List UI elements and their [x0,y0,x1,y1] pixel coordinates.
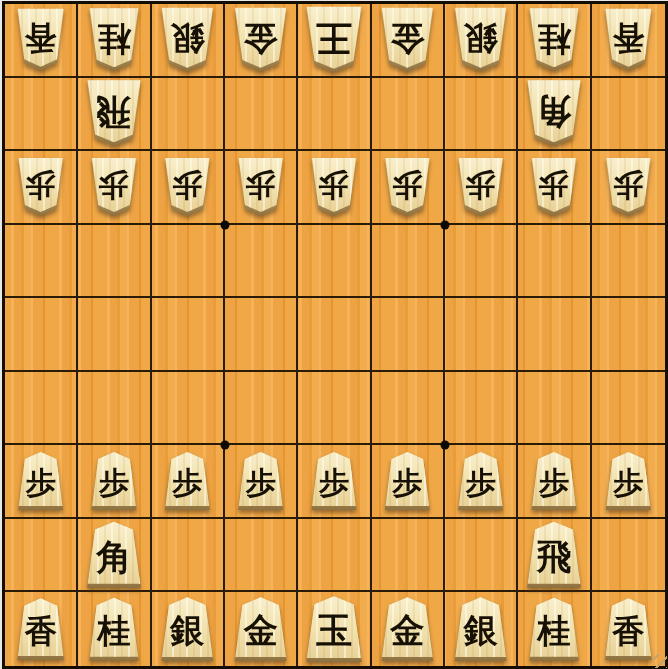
square-2b[interactable]: 角 [518,78,591,152]
kanji-pawn: 歩 [382,170,433,200]
koma-body: 香 [602,9,655,71]
kanji-rook: 飛 [83,94,144,129]
piece-gote-knight[interactable]: 桂 [86,8,142,71]
piece-sente-pawn[interactable]: 歩 [603,452,654,510]
square-5e[interactable] [298,298,371,372]
koma-body: 歩 [235,452,286,510]
square-6d[interactable] [225,225,298,299]
koma-body: 桂 [526,598,582,661]
piece-sente-king[interactable]: 玉 [302,596,365,662]
piece-gote-lance[interactable]: 香 [602,9,655,71]
square-1f[interactable] [592,372,665,446]
square-2g[interactable]: 歩 [518,445,591,519]
square-1d[interactable] [592,225,665,299]
kanji-lance: 香 [602,22,655,54]
koma-body: 銀 [451,597,510,661]
square-9d[interactable] [5,225,78,299]
koma-body: 金 [231,597,290,661]
kanji-pawn: 歩 [455,468,506,498]
piece-gote-pawn[interactable]: 歩 [382,158,433,216]
square-1a[interactable]: 香 [592,4,665,78]
square-7f[interactable] [152,372,225,446]
kanji-pawn: 歩 [15,468,66,498]
koma-body: 角 [523,80,584,146]
square-6i[interactable]: 金 [225,592,298,666]
kanji-bishop: 角 [83,539,144,574]
square-7d[interactable] [152,225,225,299]
square-4f[interactable] [372,372,445,446]
koma-body: 歩 [15,452,66,510]
kanji-bishop: 角 [523,94,584,129]
koma-body: 香 [602,598,655,660]
piece-sente-knight[interactable]: 桂 [86,598,142,661]
kanji-rook: 飛 [523,539,584,574]
piece-gote-pawn[interactable]: 歩 [15,158,66,216]
koma-body: 歩 [603,158,654,216]
square-8b[interactable]: 飛 [78,78,151,152]
square-4a[interactable]: 金 [372,4,445,78]
koma-body: 玉 [302,596,365,662]
square-6a[interactable]: 金 [225,4,298,78]
square-4i[interactable]: 金 [372,592,445,666]
kanji-pawn: 歩 [382,468,433,498]
kanji-pawn: 歩 [162,170,213,200]
piece-sente-gold[interactable]: 金 [231,597,290,661]
square-8c[interactable]: 歩 [78,151,151,225]
kanji-pawn: 歩 [528,170,579,200]
kanji-pawn: 歩 [88,170,139,200]
kanji-pawn: 歩 [235,468,286,498]
square-8g[interactable]: 歩 [78,445,151,519]
koma-body: 歩 [162,158,213,216]
koma-body: 金 [378,8,437,72]
kanji-gold: 金 [378,614,437,648]
kanji-king: 玉 [302,613,365,649]
square-3e[interactable] [445,298,518,372]
square-1g[interactable]: 歩 [592,445,665,519]
square-6e[interactable] [225,298,298,372]
piece-gote-pawn[interactable]: 歩 [88,158,139,216]
square-1e[interactable] [592,298,665,372]
kanji-silver: 銀 [158,21,217,55]
square-5c[interactable]: 歩 [298,151,371,225]
star-point [221,441,230,450]
koma-body: 歩 [528,452,579,510]
kanji-king: 王 [302,20,365,56]
kanji-lance: 香 [14,615,67,647]
piece-sente-silver[interactable]: 銀 [158,597,217,661]
square-4c[interactable]: 歩 [372,151,445,225]
square-9a[interactable]: 香 [5,4,78,78]
square-5b[interactable] [298,78,371,152]
square-5h[interactable] [298,519,371,593]
piece-sente-gold[interactable]: 金 [378,597,437,661]
piece-sente-pawn[interactable]: 歩 [382,452,433,510]
kanji-pawn: 歩 [308,170,359,200]
square-4h[interactable] [372,519,445,593]
koma-body: 歩 [235,158,286,216]
square-2e[interactable] [518,298,591,372]
square-6c[interactable]: 歩 [225,151,298,225]
square-3d[interactable] [445,225,518,299]
page-background: 香桂銀金王金銀桂香飛角歩歩歩歩歩歩歩歩歩歩歩歩歩歩歩歩歩歩角飛香桂銀金玉金銀桂香 [0,0,668,669]
piece-sente-silver[interactable]: 銀 [451,597,510,661]
square-1b[interactable] [592,78,665,152]
kanji-pawn: 歩 [308,468,359,498]
square-3g[interactable]: 歩 [445,445,518,519]
koma-body: 金 [231,8,290,72]
piece-sente-pawn[interactable]: 歩 [308,452,359,510]
piece-gote-pawn[interactable]: 歩 [603,158,654,216]
square-5i[interactable]: 玉 [298,592,371,666]
square-8i[interactable]: 桂 [78,592,151,666]
square-2h[interactable]: 飛 [518,519,591,593]
square-9h[interactable] [5,519,78,593]
square-7b[interactable] [152,78,225,152]
koma-body: 歩 [308,158,359,216]
square-7c[interactable]: 歩 [152,151,225,225]
square-7h[interactable] [152,519,225,593]
square-2i[interactable]: 桂 [518,592,591,666]
square-8e[interactable] [78,298,151,372]
piece-sente-pawn[interactable]: 歩 [528,452,579,510]
koma-body: 歩 [455,158,506,216]
koma-body: 桂 [86,8,142,71]
square-5f[interactable] [298,372,371,446]
piece-gote-silver[interactable]: 銀 [451,8,510,72]
star-point [441,441,450,450]
square-6h[interactable] [225,519,298,593]
kanji-knight: 桂 [86,21,142,54]
kanji-pawn: 歩 [88,468,139,498]
piece-gote-gold[interactable]: 金 [378,8,437,72]
square-7a[interactable]: 銀 [152,4,225,78]
square-3h[interactable] [445,519,518,593]
piece-gote-pawn[interactable]: 歩 [528,158,579,216]
square-7i[interactable]: 銀 [152,592,225,666]
koma-body: 香 [14,9,67,71]
koma-body: 歩 [382,158,433,216]
koma-body: 歩 [382,452,433,510]
piece-sente-pawn[interactable]: 歩 [88,452,139,510]
koma-body: 桂 [86,598,142,661]
square-2a[interactable]: 桂 [518,4,591,78]
kanji-pawn: 歩 [603,468,654,498]
piece-sente-pawn[interactable]: 歩 [162,452,213,510]
kanji-gold: 金 [231,21,290,55]
square-9g[interactable]: 歩 [5,445,78,519]
kanji-lance: 香 [602,615,655,647]
koma-body: 角 [83,522,144,588]
square-3f[interactable] [445,372,518,446]
square-3c[interactable]: 歩 [445,151,518,225]
square-4d[interactable] [372,225,445,299]
square-2c[interactable]: 歩 [518,151,591,225]
square-3i[interactable]: 銀 [445,592,518,666]
kanji-pawn: 歩 [455,170,506,200]
kanji-pawn: 歩 [603,170,654,200]
square-6f[interactable] [225,372,298,446]
square-9e[interactable] [5,298,78,372]
square-3a[interactable]: 銀 [445,4,518,78]
kanji-silver: 銀 [451,614,510,648]
kanji-pawn: 歩 [162,468,213,498]
koma-body: 歩 [528,158,579,216]
square-3b[interactable] [445,78,518,152]
piece-gote-knight[interactable]: 桂 [526,8,582,71]
square-9f[interactable] [5,372,78,446]
square-2d[interactable] [518,225,591,299]
kanji-knight: 桂 [526,615,582,648]
koma-body: 銀 [451,8,510,72]
piece-sente-knight[interactable]: 桂 [526,598,582,661]
kanji-lance: 香 [14,22,67,54]
koma-body: 銀 [158,597,217,661]
piece-sente-pawn[interactable]: 歩 [15,452,66,510]
piece-gote-king[interactable]: 王 [302,7,365,73]
piece-gote-pawn[interactable]: 歩 [308,158,359,216]
square-7e[interactable] [152,298,225,372]
square-6b[interactable] [225,78,298,152]
koma-body: 歩 [162,452,213,510]
square-8h[interactable]: 角 [78,519,151,593]
piece-sente-rook[interactable]: 飛 [523,522,584,588]
star-point [441,220,450,229]
koma-body: 歩 [455,452,506,510]
koma-body: 歩 [88,158,139,216]
piece-gote-pawn[interactable]: 歩 [162,158,213,216]
square-7g[interactable]: 歩 [152,445,225,519]
kanji-silver: 銀 [158,614,217,648]
resize-grip-icon[interactable] [653,654,667,668]
piece-sente-pawn[interactable]: 歩 [455,452,506,510]
shogi-board: 香桂銀金王金銀桂香飛角歩歩歩歩歩歩歩歩歩歩歩歩歩歩歩歩歩歩角飛香桂銀金玉金銀桂香 [2,1,668,669]
kanji-knight: 桂 [86,615,142,648]
piece-sente-bishop[interactable]: 角 [83,522,144,588]
kanji-pawn: 歩 [15,170,66,200]
koma-body: 歩 [308,452,359,510]
piece-gote-lance[interactable]: 香 [14,9,67,71]
square-8a[interactable]: 桂 [78,4,151,78]
square-4g[interactable]: 歩 [372,445,445,519]
piece-gote-silver[interactable]: 銀 [158,8,217,72]
square-8f[interactable] [78,372,151,446]
koma-body: 飛 [523,522,584,588]
star-point [221,220,230,229]
square-1c[interactable]: 歩 [592,151,665,225]
kanji-knight: 桂 [526,21,582,54]
piece-sente-lance[interactable]: 香 [14,598,67,660]
kanji-silver: 銀 [451,21,510,55]
piece-gote-pawn[interactable]: 歩 [455,158,506,216]
koma-body: 桂 [526,8,582,71]
koma-body: 飛 [83,80,144,146]
koma-body: 銀 [158,8,217,72]
koma-body: 香 [14,598,67,660]
square-5d[interactable] [298,225,371,299]
square-9c[interactable]: 歩 [5,151,78,225]
kanji-gold: 金 [378,21,437,55]
koma-body: 歩 [603,452,654,510]
piece-gote-rook[interactable]: 飛 [83,80,144,146]
koma-body: 歩 [88,452,139,510]
piece-gote-gold[interactable]: 金 [231,8,290,72]
square-9i[interactable]: 香 [5,592,78,666]
square-2f[interactable] [518,372,591,446]
kanji-gold: 金 [231,614,290,648]
piece-gote-bishop[interactable]: 角 [523,80,584,146]
koma-body: 王 [302,7,365,73]
square-9b[interactable] [5,78,78,152]
square-4e[interactable] [372,298,445,372]
square-1h[interactable] [592,519,665,593]
koma-body: 歩 [15,158,66,216]
square-5a[interactable]: 王 [298,4,371,78]
kanji-pawn: 歩 [528,468,579,498]
square-8d[interactable] [78,225,151,299]
square-4b[interactable] [372,78,445,152]
koma-body: 金 [378,597,437,661]
piece-sente-lance[interactable]: 香 [602,598,655,660]
square-6g[interactable]: 歩 [225,445,298,519]
piece-sente-pawn[interactable]: 歩 [235,452,286,510]
piece-gote-pawn[interactable]: 歩 [235,158,286,216]
kanji-pawn: 歩 [235,170,286,200]
square-5g[interactable]: 歩 [298,445,371,519]
